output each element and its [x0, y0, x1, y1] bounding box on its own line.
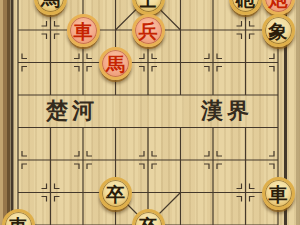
- piece-black-chariot[interactable]: 車: [262, 177, 295, 210]
- piece-red-soldier[interactable]: 兵: [132, 14, 165, 47]
- piece-black-soldier[interactable]: 卒: [99, 177, 132, 210]
- river-label-han: 漢界: [201, 98, 253, 124]
- board-right-wood-edge: [294, 0, 300, 225]
- piece-black-elephant[interactable]: 象: [262, 14, 295, 47]
- xiangqi-board[interactable]: 楚河 漢界 馬士砲炮車兵象馬卒車車卒: [0, 0, 300, 225]
- river-label-chu: 楚河: [46, 98, 98, 124]
- piece-red-chariot[interactable]: 車: [67, 14, 100, 47]
- piece-red-horse[interactable]: 馬: [99, 47, 132, 80]
